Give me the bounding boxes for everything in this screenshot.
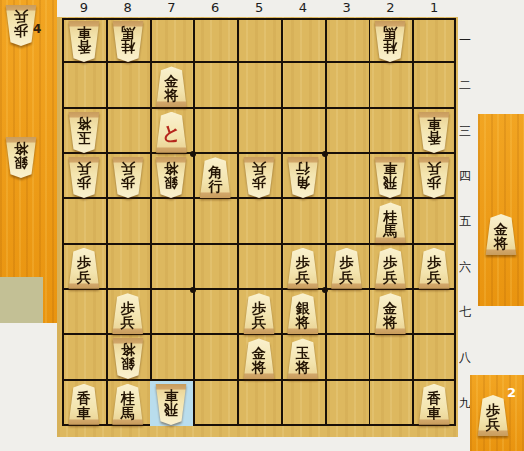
hand-gote-silver[interactable]: 銀将 [4,137,38,178]
board-row-labels: 一二三四五六七八九 [457,18,473,426]
piece-kanji: 銀 [14,156,28,171]
piece-kanji: 将 [252,360,266,375]
piece-kanji: 金 [383,301,397,316]
piece-84-gote[interactable]: 歩兵 [111,157,145,198]
piece-25-sente[interactable]: 桂馬 [373,202,407,243]
piece-kanji: 桂 [383,40,397,55]
piece-kanji: 兵 [296,270,310,285]
piece-81-gote[interactable]: 桂馬 [111,21,145,62]
row-label: 三 [457,109,473,154]
column-label: 8 [106,0,150,17]
piece-kanji: 馬 [121,406,135,421]
board-column-labels: 987654321 [62,0,456,17]
piece-kanji: 金 [494,222,508,237]
hand-sente-pawn[interactable]: 歩兵 [476,395,510,436]
piece-kanji: 兵 [121,315,135,330]
piece-kanji: 車 [77,26,91,41]
row-label: 二 [457,63,473,108]
piece-kanji: 角 [208,165,222,180]
piece-kanji: 飛 [164,403,178,418]
piece-88-gote[interactable]: 銀将 [111,338,145,379]
piece-kanji: 将 [14,142,28,157]
piece-kanji: 馬 [121,26,135,41]
piece-kanji: 香 [77,40,91,55]
piece-kanji: 馬 [383,26,397,41]
piece-kanji: 歩 [340,255,354,270]
column-label: 1 [412,0,456,17]
piece-73-sente[interactable]: と [154,112,188,153]
piece-kanji: 香 [427,391,441,406]
piece-kanji: 玉 [296,346,310,361]
piece-99-sente[interactable]: 香車 [67,384,101,425]
piece-kanji: 兵 [427,270,441,285]
piece-kanji: 兵 [77,270,91,285]
piece-kanji: 兵 [340,270,354,285]
piece-46-sente[interactable]: 歩兵 [286,248,320,289]
piece-kanji: 将 [164,88,178,103]
column-label: 9 [62,0,106,17]
row-label: 七 [457,290,473,335]
piece-87-sente[interactable]: 歩兵 [111,293,145,334]
column-label: 6 [193,0,237,17]
piece-kanji: 歩 [77,255,91,270]
piece-48-sente[interactable]: 玉将 [286,338,320,379]
piece-91-gote[interactable]: 香車 [67,21,101,62]
sente-hand-stand-upper: 金将 [478,114,524,306]
piece-16-sente[interactable]: 歩兵 [417,248,451,289]
column-label: 2 [368,0,412,17]
piece-kanji: 歩 [77,176,91,191]
piece-kanji: 銀 [296,301,310,316]
piece-kanji: 兵 [77,162,91,177]
column-label: 3 [325,0,369,17]
piece-kanji: 車 [77,406,91,421]
star-point [322,151,328,157]
piece-79-gote[interactable]: 飛車 [154,384,188,425]
hand-count-gote-pawn: 4 [33,22,41,36]
piece-64-sente[interactable]: 角行 [198,157,232,198]
piece-kanji: 歩 [427,176,441,191]
piece-kanji: 角 [296,176,310,191]
piece-kanji: 兵 [383,270,397,285]
column-label: 5 [237,0,281,17]
piece-kanji: 兵 [252,162,266,177]
piece-26-sente[interactable]: 歩兵 [373,248,407,289]
piece-kanji: 香 [427,131,441,146]
piece-kanji: 金 [164,74,178,89]
hand-sente-gold[interactable]: 金将 [484,214,518,255]
piece-kanji: 桂 [121,40,135,55]
row-label: 四 [457,154,473,199]
piece-kanji: と [162,124,181,143]
piece-kanji: 兵 [14,10,28,25]
piece-54-gote[interactable]: 歩兵 [242,157,276,198]
column-label: 7 [150,0,194,17]
piece-kanji: 歩 [252,301,266,316]
piece-kanji: 将 [494,236,508,251]
piece-kanji: 将 [121,343,135,358]
piece-kanji: 歩 [121,301,135,316]
piece-kanji: 将 [296,315,310,330]
piece-kanji: 桂 [121,391,135,406]
piece-19-sente[interactable]: 香車 [417,384,451,425]
piece-kanji: 歩 [121,176,135,191]
piece-47-sente[interactable]: 銀将 [286,293,320,334]
piece-kanji: 兵 [121,162,135,177]
piece-kanji: 銀 [121,357,135,372]
row-label: 六 [457,245,473,290]
piece-94-gote[interactable]: 歩兵 [67,157,101,198]
gote-hand-stand: 歩兵4銀将 [0,0,57,323]
row-label: 一 [457,18,473,63]
piece-kanji: 歩 [427,255,441,270]
piece-kanji: 飛 [383,176,397,191]
piece-kanji: 銀 [164,176,178,191]
piece-kanji: 行 [208,179,222,194]
piece-96-sente[interactable]: 歩兵 [67,248,101,289]
piece-kanji: 兵 [486,417,500,432]
piece-kanji: 歩 [252,176,266,191]
row-label: 五 [457,199,473,244]
piece-74-gote[interactable]: 銀将 [154,157,188,198]
piece-72-sente[interactable]: 金将 [154,66,188,107]
piece-kanji: 歩 [296,255,310,270]
piece-27-sente[interactable]: 金将 [373,293,407,334]
piece-kanji: 兵 [427,162,441,177]
piece-kanji: 歩 [14,24,28,39]
piece-kanji: 将 [383,315,397,330]
piece-kanji: 車 [427,406,441,421]
piece-kanji: 歩 [486,403,500,418]
piece-kanji: 兵 [252,315,266,330]
piece-kanji: 玉 [77,131,91,146]
piece-93-gote[interactable]: 玉将 [67,112,101,153]
star-point [322,287,328,293]
piece-kanji: 金 [252,346,266,361]
piece-kanji: 車 [164,388,178,403]
piece-kanji: 車 [427,116,441,131]
piece-89-sente[interactable]: 桂馬 [111,384,145,425]
piece-13-gote[interactable]: 香車 [417,112,451,153]
piece-kanji: 桂 [383,210,397,225]
piece-36-sente[interactable]: 歩兵 [330,248,364,289]
piece-21-gote[interactable]: 桂馬 [373,21,407,62]
piece-24-gote[interactable]: 飛車 [373,157,407,198]
piece-kanji: 将 [77,116,91,131]
piece-kanji: 歩 [383,255,397,270]
piece-kanji: 車 [383,162,397,177]
piece-kanji: 将 [296,360,310,375]
column-label: 4 [281,0,325,17]
piece-44-gote[interactable]: 角行 [286,157,320,198]
empty-hand-slot [0,277,43,323]
sente-hand-stand-lower: 歩兵2 [470,375,524,451]
piece-57-sente[interactable]: 歩兵 [242,293,276,334]
row-label: 八 [457,335,473,380]
hand-count-sente-pawn: 2 [507,385,516,400]
piece-58-sente[interactable]: 金将 [242,338,276,379]
piece-kanji: 行 [296,162,310,177]
piece-kanji: 香 [77,391,91,406]
piece-kanji: 将 [164,162,178,177]
piece-kanji: 馬 [383,224,397,239]
piece-14-gote[interactable]: 歩兵 [417,157,451,198]
